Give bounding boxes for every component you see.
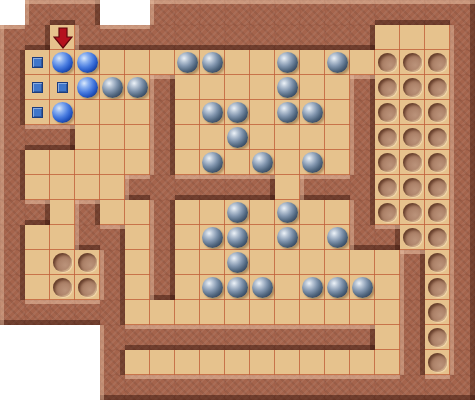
floor-cell: [425, 275, 450, 300]
floor-cell: [125, 200, 150, 225]
wall-block: [0, 275, 25, 300]
floor-cell: [50, 275, 75, 300]
floor-cell: [325, 350, 350, 375]
outside-area: [125, 0, 150, 25]
wall-block: [175, 375, 200, 400]
hole[interactable]: [378, 128, 397, 147]
floor-cell: [300, 100, 325, 125]
wall-block: [300, 175, 325, 200]
floor-cell: [425, 225, 450, 250]
hole[interactable]: [428, 303, 447, 322]
gray-marble[interactable]: [227, 202, 248, 223]
floor-cell: [100, 125, 125, 150]
floor-cell: [100, 50, 125, 75]
floor-cell: [175, 150, 200, 175]
floor-cell: [200, 200, 225, 225]
floor-cell: [175, 75, 200, 100]
wall-block: [100, 275, 125, 300]
floor-cell: [425, 175, 450, 200]
wall-block: [75, 225, 100, 250]
floor-cell: [75, 100, 100, 125]
wall-block: [375, 375, 400, 400]
floor-cell: [275, 350, 300, 375]
floor-cell: [275, 275, 300, 300]
floor-cell: [325, 150, 350, 175]
floor-cell: [50, 25, 75, 50]
floor-cell: [300, 275, 325, 300]
wall-block: [275, 0, 300, 25]
floor-cell: [300, 350, 325, 375]
floor-cell: [400, 200, 425, 225]
floor-cell: [175, 350, 200, 375]
floor-cell: [250, 200, 275, 225]
wall-block: [350, 75, 375, 100]
floor-cell: [175, 50, 200, 75]
wall-block: [0, 25, 25, 50]
floor-cell: [350, 300, 375, 325]
floor-cell: [325, 275, 350, 300]
wall-block: [425, 375, 450, 400]
floor-cell: [200, 100, 225, 125]
floor-cell: [200, 50, 225, 75]
hole[interactable]: [378, 53, 397, 72]
wall-block: [275, 375, 300, 400]
floor-cell: [25, 275, 50, 300]
blue-marble[interactable]: [52, 52, 73, 73]
outside-area: [0, 350, 25, 375]
wall-block: [450, 150, 475, 175]
wall-block: [300, 0, 325, 25]
wall-block: [325, 175, 350, 200]
hole[interactable]: [378, 178, 397, 197]
wall-block: [150, 325, 175, 350]
floor-cell: [175, 100, 200, 125]
floor-cell: [25, 75, 50, 100]
hole[interactable]: [428, 128, 447, 147]
wall-block: [450, 325, 475, 350]
hole[interactable]: [428, 103, 447, 122]
floor-cell: [125, 125, 150, 150]
wall-block: [225, 0, 250, 25]
wall-block: [250, 375, 275, 400]
wall-block: [450, 225, 475, 250]
wall-block: [400, 325, 425, 350]
floor-cell: [375, 250, 400, 275]
wall-block: [0, 300, 25, 325]
wall-block: [325, 0, 350, 25]
wall-block: [150, 250, 175, 275]
wall-block: [450, 50, 475, 75]
wall-block: [300, 25, 325, 50]
wall-block: [100, 300, 125, 325]
floor-cell: [300, 250, 325, 275]
wall-block: [25, 125, 50, 150]
gray-marble[interactable]: [202, 102, 223, 123]
wall-block: [350, 175, 375, 200]
hole[interactable]: [403, 178, 422, 197]
hole[interactable]: [78, 278, 97, 297]
outside-area: [50, 350, 75, 375]
floor-cell: [225, 275, 250, 300]
wall-block: [450, 250, 475, 275]
floor-cell: [325, 125, 350, 150]
wall-block: [0, 225, 25, 250]
floor-cell: [175, 250, 200, 275]
floor-cell: [75, 150, 100, 175]
wall-block: [450, 25, 475, 50]
floor-cell: [75, 75, 100, 100]
floor-cell: [250, 225, 275, 250]
floor-cell: [375, 200, 400, 225]
floor-cell: [200, 125, 225, 150]
gray-marble[interactable]: [127, 77, 148, 98]
gray-marble[interactable]: [227, 252, 248, 273]
floor-cell: [375, 100, 400, 125]
gray-marble[interactable]: [227, 227, 248, 248]
floor-cell: [375, 300, 400, 325]
floor-cell: [50, 75, 75, 100]
wall-block: [400, 275, 425, 300]
blue-square-marker: [32, 107, 43, 118]
gray-marble[interactable]: [252, 277, 273, 298]
floor-cell: [275, 100, 300, 125]
gray-marble[interactable]: [277, 77, 298, 98]
wall-block: [325, 25, 350, 50]
floor-cell: [75, 50, 100, 75]
wall-block: [125, 175, 150, 200]
hole[interactable]: [78, 253, 97, 272]
outside-area: [50, 325, 75, 350]
floor-cell: [375, 75, 400, 100]
floor-cell: [125, 150, 150, 175]
game-board: [0, 0, 475, 400]
floor-cell: [325, 100, 350, 125]
floor-cell: [100, 75, 125, 100]
wall-block: [100, 250, 125, 275]
floor-cell: [250, 150, 275, 175]
wall-block: [450, 300, 475, 325]
wall-block: [450, 125, 475, 150]
gray-marble[interactable]: [252, 152, 273, 173]
wall-block: [125, 25, 150, 50]
gray-marble[interactable]: [277, 227, 298, 248]
blue-marble[interactable]: [77, 77, 98, 98]
gray-marble[interactable]: [202, 152, 223, 173]
gray-marble[interactable]: [327, 227, 348, 248]
floor-cell: [275, 225, 300, 250]
wall-block: [125, 375, 150, 400]
hole[interactable]: [378, 78, 397, 97]
floor-cell: [350, 275, 375, 300]
outside-area: [25, 325, 50, 350]
wall-block: [450, 75, 475, 100]
floor-cell: [125, 50, 150, 75]
floor-cell: [100, 200, 125, 225]
wall-block: [150, 225, 175, 250]
floor-cell: [250, 50, 275, 75]
hole[interactable]: [53, 253, 72, 272]
hole[interactable]: [403, 203, 422, 222]
floor-cell: [275, 300, 300, 325]
hole[interactable]: [428, 278, 447, 297]
outside-area: [50, 375, 75, 400]
hole[interactable]: [428, 178, 447, 197]
floor-cell: [375, 50, 400, 75]
wall-block: [200, 25, 225, 50]
floor-cell: [175, 275, 200, 300]
floor-cell: [150, 350, 175, 375]
floor-cell: [200, 225, 225, 250]
wall-block: [225, 175, 250, 200]
wall-block: [150, 125, 175, 150]
floor-cell: [25, 50, 50, 75]
floor-cell: [325, 50, 350, 75]
wall-block: [125, 325, 150, 350]
gray-marble[interactable]: [202, 277, 223, 298]
hole[interactable]: [428, 228, 447, 247]
outside-area: [25, 350, 50, 375]
floor-cell: [25, 175, 50, 200]
hole[interactable]: [403, 53, 422, 72]
gray-marble[interactable]: [227, 102, 248, 123]
floor-cell: [375, 275, 400, 300]
wall-block: [0, 75, 25, 100]
floor-cell: [275, 150, 300, 175]
wall-block: [25, 200, 50, 225]
gray-marble[interactable]: [277, 52, 298, 73]
gray-marble[interactable]: [352, 277, 373, 298]
floor-cell: [225, 250, 250, 275]
wall-block: [350, 150, 375, 175]
wall-block: [375, 225, 400, 250]
floor-cell: [250, 300, 275, 325]
wall-block: [0, 175, 25, 200]
wall-block: [150, 150, 175, 175]
floor-cell: [50, 200, 75, 225]
floor-cell: [375, 350, 400, 375]
floor-cell: [275, 200, 300, 225]
wall-block: [350, 25, 375, 50]
wall-block: [350, 225, 375, 250]
floor-cell: [400, 150, 425, 175]
wall-block: [450, 100, 475, 125]
floor-cell: [225, 50, 250, 75]
outside-area: [25, 375, 50, 400]
floor-cell: [425, 325, 450, 350]
floor-cell: [425, 25, 450, 50]
hole[interactable]: [428, 53, 447, 72]
wall-block: [100, 225, 125, 250]
outside-area: [0, 0, 25, 25]
wall-block: [450, 200, 475, 225]
wall-block: [50, 0, 75, 25]
floor-cell: [125, 100, 150, 125]
wall-block: [75, 0, 100, 25]
wall-block: [175, 25, 200, 50]
gray-marble[interactable]: [302, 102, 323, 123]
floor-cell: [375, 125, 400, 150]
hole[interactable]: [428, 203, 447, 222]
floor-cell: [125, 350, 150, 375]
wall-block: [250, 25, 275, 50]
floor-cell: [350, 50, 375, 75]
wall-block: [200, 0, 225, 25]
outside-area: [100, 0, 125, 25]
wall-block: [400, 300, 425, 325]
floor-cell: [400, 125, 425, 150]
floor-cell: [125, 300, 150, 325]
blue-marble[interactable]: [77, 52, 98, 73]
entry-down-arrow-icon: [53, 27, 73, 49]
blue-marble[interactable]: [52, 102, 73, 123]
floor-cell: [200, 75, 225, 100]
floor-cell: [375, 325, 400, 350]
floor-cell: [250, 125, 275, 150]
wall-block: [150, 175, 175, 200]
wall-block: [25, 25, 50, 50]
wall-block: [0, 250, 25, 275]
hole[interactable]: [53, 278, 72, 297]
floor-cell: [425, 100, 450, 125]
floor-cell: [225, 225, 250, 250]
floor-cell: [300, 300, 325, 325]
hole[interactable]: [378, 203, 397, 222]
floor-cell: [75, 125, 100, 150]
floor-cell: [250, 275, 275, 300]
hole[interactable]: [403, 103, 422, 122]
hole[interactable]: [428, 153, 447, 172]
blue-square-marker: [32, 82, 43, 93]
gray-marble[interactable]: [102, 77, 123, 98]
hole[interactable]: [428, 328, 447, 347]
hole[interactable]: [428, 253, 447, 272]
wall-block: [50, 300, 75, 325]
floor-cell: [250, 75, 275, 100]
floor-cell: [25, 225, 50, 250]
floor-cell: [225, 300, 250, 325]
floor-cell: [375, 25, 400, 50]
floor-cell: [200, 350, 225, 375]
floor-cell: [400, 75, 425, 100]
floor-cell: [325, 225, 350, 250]
floor-cell: [425, 200, 450, 225]
wall-block: [175, 175, 200, 200]
floor-cell: [325, 75, 350, 100]
gray-marble[interactable]: [277, 202, 298, 223]
wall-block: [300, 375, 325, 400]
floor-cell: [200, 250, 225, 275]
floor-cell: [75, 175, 100, 200]
gray-marble[interactable]: [327, 52, 348, 73]
wall-block: [450, 375, 475, 400]
floor-cell: [200, 150, 225, 175]
wall-block: [225, 375, 250, 400]
gray-marble[interactable]: [302, 277, 323, 298]
hole[interactable]: [403, 128, 422, 147]
wall-block: [250, 0, 275, 25]
floor-cell: [300, 200, 325, 225]
floor-cell: [225, 150, 250, 175]
floor-cell: [300, 150, 325, 175]
floor-cell: [300, 50, 325, 75]
hole[interactable]: [428, 353, 447, 372]
floor-cell: [400, 100, 425, 125]
hole[interactable]: [403, 78, 422, 97]
floor-cell: [150, 50, 175, 75]
gray-marble[interactable]: [277, 102, 298, 123]
floor-cell: [175, 225, 200, 250]
hole[interactable]: [378, 153, 397, 172]
wall-block: [200, 175, 225, 200]
outside-area: [0, 325, 25, 350]
wall-block: [350, 100, 375, 125]
outside-area: [75, 325, 100, 350]
gray-marble[interactable]: [202, 227, 223, 248]
wall-block: [400, 350, 425, 375]
floor-cell: [100, 150, 125, 175]
wall-block: [425, 0, 450, 25]
floor-cell: [225, 125, 250, 150]
gray-marble[interactable]: [177, 52, 198, 73]
hole[interactable]: [428, 78, 447, 97]
floor-cell: [125, 275, 150, 300]
wall-block: [25, 300, 50, 325]
wall-block: [450, 350, 475, 375]
gray-marble[interactable]: [202, 52, 223, 73]
wall-block: [400, 375, 425, 400]
hole[interactable]: [403, 153, 422, 172]
floor-cell: [425, 50, 450, 75]
floor-cell: [350, 350, 375, 375]
hole[interactable]: [403, 228, 422, 247]
wall-block: [450, 0, 475, 25]
outside-area: [75, 350, 100, 375]
wall-block: [450, 175, 475, 200]
gray-marble[interactable]: [327, 277, 348, 298]
blue-square-marker: [57, 82, 68, 93]
wall-block: [100, 25, 125, 50]
floor-cell: [50, 250, 75, 275]
floor-cell: [150, 300, 175, 325]
floor-cell: [425, 300, 450, 325]
wall-block: [350, 375, 375, 400]
wall-block: [175, 0, 200, 25]
wall-block: [325, 375, 350, 400]
floor-cell: [100, 175, 125, 200]
wall-block: [100, 350, 125, 375]
wall-block: [225, 25, 250, 50]
wall-block: [150, 100, 175, 125]
floor-cell: [225, 200, 250, 225]
wall-block: [150, 0, 175, 25]
gray-marble[interactable]: [302, 152, 323, 173]
wall-block: [250, 175, 275, 200]
floor-cell: [400, 25, 425, 50]
wall-block: [75, 200, 100, 225]
gray-marble[interactable]: [227, 127, 248, 148]
floor-cell: [275, 50, 300, 75]
floor-cell: [50, 50, 75, 75]
hole[interactable]: [378, 103, 397, 122]
wall-block: [150, 25, 175, 50]
wall-block: [100, 375, 125, 400]
wall-block: [150, 75, 175, 100]
floor-cell: [125, 225, 150, 250]
gray-marble[interactable]: [227, 277, 248, 298]
floor-cell: [375, 175, 400, 200]
floor-cell: [200, 300, 225, 325]
wall-block: [350, 125, 375, 150]
